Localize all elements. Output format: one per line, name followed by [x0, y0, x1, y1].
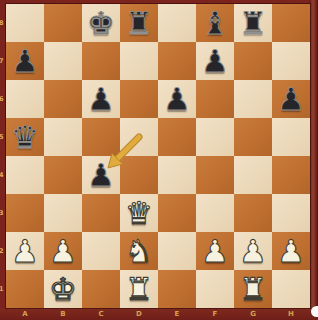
- black-pawn-c6[interactable]: ♟: [82, 80, 120, 118]
- white-king-b1[interactable]: ♚: [44, 270, 82, 308]
- square-g3[interactable]: [234, 194, 272, 232]
- square-f3[interactable]: [196, 194, 234, 232]
- rank-label-7: 7: [0, 42, 5, 80]
- file-label-c: C: [82, 309, 120, 320]
- square-d4[interactable]: [120, 156, 158, 194]
- square-h7[interactable]: [272, 42, 310, 80]
- square-c1[interactable]: [82, 270, 120, 308]
- rank-label-8: 8: [0, 4, 5, 42]
- square-d3[interactable]: ♛: [120, 194, 158, 232]
- square-a5[interactable]: ♛: [6, 118, 44, 156]
- file-label-a: A: [6, 309, 44, 320]
- file-label-b: B: [44, 309, 82, 320]
- square-g5[interactable]: [234, 118, 272, 156]
- square-b4[interactable]: [44, 156, 82, 194]
- square-g1[interactable]: ♜: [234, 270, 272, 308]
- white-pawn-g2[interactable]: ♟: [234, 232, 272, 270]
- file-label-f: F: [196, 309, 234, 320]
- square-c4[interactable]: ♟: [82, 156, 120, 194]
- square-h4[interactable]: [272, 156, 310, 194]
- rank-label-4: 4: [0, 156, 5, 194]
- square-a6[interactable]: [6, 80, 44, 118]
- white-pawn-a2[interactable]: ♟: [6, 232, 44, 270]
- square-h3[interactable]: [272, 194, 310, 232]
- file-label-e: E: [158, 309, 196, 320]
- square-f6[interactable]: [196, 80, 234, 118]
- file-label-h: H: [272, 309, 310, 320]
- square-f7[interactable]: ♟: [196, 42, 234, 80]
- white-rook-g1[interactable]: ♜: [234, 270, 272, 308]
- square-b8[interactable]: [44, 4, 82, 42]
- square-d6[interactable]: [120, 80, 158, 118]
- square-b6[interactable]: [44, 80, 82, 118]
- square-a3[interactable]: [6, 194, 44, 232]
- rank-label-1: 1: [0, 270, 5, 308]
- white-queen-d3[interactable]: ♛: [120, 194, 158, 232]
- black-rook-g8[interactable]: ♜: [234, 4, 272, 42]
- black-pawn-e6[interactable]: ♟: [158, 80, 196, 118]
- file-label-d: D: [120, 309, 158, 320]
- square-a2[interactable]: ♟: [6, 232, 44, 270]
- square-h1[interactable]: [272, 270, 310, 308]
- white-pawn-f2[interactable]: ♟: [196, 232, 234, 270]
- square-f2[interactable]: ♟: [196, 232, 234, 270]
- white-pawn-b2[interactable]: ♟: [44, 232, 82, 270]
- square-c2[interactable]: [82, 232, 120, 270]
- square-g4[interactable]: [234, 156, 272, 194]
- black-bishop-f8[interactable]: ♝: [196, 4, 234, 42]
- square-d2[interactable]: ♞: [120, 232, 158, 270]
- square-h2[interactable]: ♟: [272, 232, 310, 270]
- white-pawn-h2[interactable]: ♟: [272, 232, 310, 270]
- chess-diagram: ♚♜♝♜♟♟♟♟♟♛♟♛♟♟♞♟♟♟♚♜♜ 87654321 ABCDEFGH: [0, 0, 318, 320]
- square-c3[interactable]: [82, 194, 120, 232]
- black-pawn-h6[interactable]: ♟: [272, 80, 310, 118]
- square-e5[interactable]: [158, 118, 196, 156]
- square-e4[interactable]: [158, 156, 196, 194]
- square-c7[interactable]: [82, 42, 120, 80]
- square-e6[interactable]: ♟: [158, 80, 196, 118]
- rank-label-6: 6: [0, 80, 5, 118]
- square-e7[interactable]: [158, 42, 196, 80]
- board-frame-right: [309, 0, 318, 320]
- square-c8[interactable]: ♚: [82, 4, 120, 42]
- square-e8[interactable]: [158, 4, 196, 42]
- square-g6[interactable]: [234, 80, 272, 118]
- chess-board: ♚♜♝♜♟♟♟♟♟♛♟♛♟♟♞♟♟♟♚♜♜: [6, 4, 310, 308]
- white-rook-d1[interactable]: ♜: [120, 270, 158, 308]
- square-d5[interactable]: [120, 118, 158, 156]
- square-f8[interactable]: ♝: [196, 4, 234, 42]
- rank-label-5: 5: [0, 118, 5, 156]
- square-b1[interactable]: ♚: [44, 270, 82, 308]
- black-pawn-a7[interactable]: ♟: [6, 42, 44, 80]
- rank-label-2: 2: [0, 232, 5, 270]
- black-queen-a5[interactable]: ♛: [6, 118, 44, 156]
- square-b3[interactable]: [44, 194, 82, 232]
- square-b5[interactable]: [44, 118, 82, 156]
- square-a4[interactable]: [6, 156, 44, 194]
- square-e1[interactable]: [158, 270, 196, 308]
- rank-label-3: 3: [0, 194, 5, 232]
- square-c6[interactable]: ♟: [82, 80, 120, 118]
- square-a7[interactable]: ♟: [6, 42, 44, 80]
- square-f5[interactable]: [196, 118, 234, 156]
- square-d8[interactable]: ♜: [120, 4, 158, 42]
- square-f4[interactable]: [196, 156, 234, 194]
- square-b7[interactable]: [44, 42, 82, 80]
- black-king-c8[interactable]: ♚: [82, 4, 120, 42]
- corner-dot: [311, 306, 318, 317]
- square-h8[interactable]: [272, 4, 310, 42]
- black-pawn-c4[interactable]: ♟: [82, 156, 120, 194]
- square-c5[interactable]: [82, 118, 120, 156]
- square-g8[interactable]: ♜: [234, 4, 272, 42]
- black-pawn-f7[interactable]: ♟: [196, 42, 234, 80]
- white-knight-d2[interactable]: ♞: [120, 232, 158, 270]
- square-d7[interactable]: [120, 42, 158, 80]
- square-a1[interactable]: [6, 270, 44, 308]
- square-g7[interactable]: [234, 42, 272, 80]
- file-label-g: G: [234, 309, 272, 320]
- square-e2[interactable]: [158, 232, 196, 270]
- black-rook-d8[interactable]: ♜: [120, 4, 158, 42]
- square-e3[interactable]: [158, 194, 196, 232]
- square-f1[interactable]: [196, 270, 234, 308]
- square-h6[interactable]: ♟: [272, 80, 310, 118]
- square-h5[interactable]: [272, 118, 310, 156]
- square-a8[interactable]: [6, 4, 44, 42]
- square-b2[interactable]: ♟: [44, 232, 82, 270]
- square-d1[interactable]: ♜: [120, 270, 158, 308]
- square-g2[interactable]: ♟: [234, 232, 272, 270]
